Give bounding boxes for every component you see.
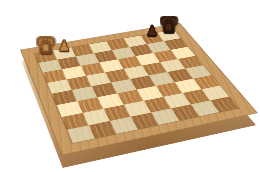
pawn-glyph: ♟: [58, 39, 71, 53]
piece-white-rook: ♜: [36, 36, 55, 57]
board-surface: ♜♞♝♛♚♝♞♜♟♟♟♟♟♟♟♟♟♟♟♟♟♟♟♟♜♞♝♛♚♝♞♜: [20, 23, 258, 155]
piece-black-rook: ♜: [160, 16, 178, 36]
piece-black-pawn: ♟: [143, 18, 161, 38]
rook-glyph: ♜: [38, 40, 53, 57]
chess-board: ♜♞♝♛♚♝♞♜♟♟♟♟♟♟♟♟♟♟♟♟♟♟♟♟♜♞♝♛♚♝♞♜: [20, 23, 258, 155]
square-h7: [191, 100, 220, 116]
square-g2: [83, 109, 110, 126]
board-scene: ♜♞♝♛♚♝♞♜♟♟♟♟♟♟♟♟♟♟♟♟♟♟♟♟♜♞♝♛♚♝♞♜: [0, 0, 260, 172]
rook-glyph: ♜: [162, 19, 176, 35]
pawn-glyph: ♟: [146, 25, 158, 39]
chess-set-photo: ♜♞♝♛♚♝♞♜♟♟♟♟♟♟♟♟♟♟♟♟♟♟♟♟♜♞♝♛♚♝♞♜: [0, 0, 260, 172]
square-d1: [47, 79, 72, 93]
